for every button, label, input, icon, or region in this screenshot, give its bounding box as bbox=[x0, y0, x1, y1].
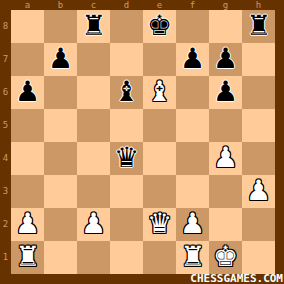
square-c2: ♟ bbox=[77, 208, 110, 241]
black-pawn-f7: ♟ bbox=[176, 43, 209, 76]
rank-label-2: 2 bbox=[0, 208, 11, 241]
square-d2 bbox=[110, 208, 143, 241]
site-credit: CHESSGAMES.COM bbox=[190, 273, 283, 284]
square-f3 bbox=[176, 175, 209, 208]
square-b2 bbox=[44, 208, 77, 241]
square-f4 bbox=[176, 142, 209, 175]
square-c4 bbox=[77, 142, 110, 175]
square-f1: ♜ bbox=[176, 241, 209, 274]
square-g4: ♟ bbox=[209, 142, 242, 175]
square-a5 bbox=[11, 109, 44, 142]
square-d7 bbox=[110, 43, 143, 76]
white-rook-f1: ♜ bbox=[176, 241, 209, 274]
rank-label-7: 7 bbox=[0, 43, 11, 76]
square-h6 bbox=[242, 76, 275, 109]
square-d8 bbox=[110, 10, 143, 43]
square-b3 bbox=[44, 175, 77, 208]
white-pawn-c2: ♟ bbox=[77, 208, 110, 241]
square-b7: ♟ bbox=[44, 43, 77, 76]
square-c6 bbox=[77, 76, 110, 109]
square-g3 bbox=[209, 175, 242, 208]
file-label-f: f bbox=[176, 0, 209, 10]
square-h1 bbox=[242, 241, 275, 274]
square-d4: ♛ bbox=[110, 142, 143, 175]
square-f6 bbox=[176, 76, 209, 109]
rank-label-4: 4 bbox=[0, 142, 11, 175]
file-label-b: b bbox=[44, 0, 77, 10]
rank-label-8: 8 bbox=[0, 10, 11, 43]
rank-label-1: 1 bbox=[0, 241, 11, 274]
square-h7 bbox=[242, 43, 275, 76]
square-a3 bbox=[11, 175, 44, 208]
square-e7 bbox=[143, 43, 176, 76]
square-c7 bbox=[77, 43, 110, 76]
chess-board: ♜♚♜♟♟♟♟♝♝♟♛♟♟♟♟♛♟♜♜♚ bbox=[11, 10, 275, 274]
white-bishop-e6: ♝ bbox=[143, 76, 176, 109]
square-a1: ♜ bbox=[11, 241, 44, 274]
white-queen-e2: ♛ bbox=[143, 208, 176, 241]
square-h2 bbox=[242, 208, 275, 241]
square-e3 bbox=[143, 175, 176, 208]
square-e8: ♚ bbox=[143, 10, 176, 43]
white-king-g1: ♚ bbox=[209, 241, 242, 274]
square-e5 bbox=[143, 109, 176, 142]
file-label-g: g bbox=[209, 0, 242, 10]
chess-diagram-frame: abcdefgh 87654321 ♜♚♜♟♟♟♟♝♝♟♛♟♟♟♟♛♟♜♜♚ C… bbox=[0, 0, 284, 284]
square-a8 bbox=[11, 10, 44, 43]
square-g5 bbox=[209, 109, 242, 142]
rank-label-3: 3 bbox=[0, 175, 11, 208]
black-rook-c8: ♜ bbox=[77, 10, 110, 43]
square-g7: ♟ bbox=[209, 43, 242, 76]
square-f8 bbox=[176, 10, 209, 43]
black-queen-d4: ♛ bbox=[110, 142, 143, 175]
square-b5 bbox=[44, 109, 77, 142]
square-d1 bbox=[110, 241, 143, 274]
square-c3 bbox=[77, 175, 110, 208]
file-label-a: a bbox=[11, 0, 44, 10]
square-h8: ♜ bbox=[242, 10, 275, 43]
rank-label-5: 5 bbox=[0, 109, 11, 142]
white-pawn-a2: ♟ bbox=[11, 208, 44, 241]
square-g6: ♟ bbox=[209, 76, 242, 109]
file-labels: abcdefgh bbox=[11, 0, 275, 10]
square-e1 bbox=[143, 241, 176, 274]
black-pawn-b7: ♟ bbox=[44, 43, 77, 76]
square-e6: ♝ bbox=[143, 76, 176, 109]
square-h4 bbox=[242, 142, 275, 175]
rank-labels: 87654321 bbox=[0, 10, 11, 274]
rank-label-6: 6 bbox=[0, 76, 11, 109]
square-b8 bbox=[44, 10, 77, 43]
white-pawn-g4: ♟ bbox=[209, 142, 242, 175]
square-a4 bbox=[11, 142, 44, 175]
square-d5 bbox=[110, 109, 143, 142]
square-h5 bbox=[242, 109, 275, 142]
square-a6: ♟ bbox=[11, 76, 44, 109]
square-e4 bbox=[143, 142, 176, 175]
square-c8: ♜ bbox=[77, 10, 110, 43]
file-label-d: d bbox=[110, 0, 143, 10]
black-bishop-d6: ♝ bbox=[110, 76, 143, 109]
white-pawn-h3: ♟ bbox=[242, 175, 275, 208]
white-pawn-f2: ♟ bbox=[176, 208, 209, 241]
black-king-e8: ♚ bbox=[143, 10, 176, 43]
square-f7: ♟ bbox=[176, 43, 209, 76]
square-b1 bbox=[44, 241, 77, 274]
square-h3: ♟ bbox=[242, 175, 275, 208]
black-pawn-g7: ♟ bbox=[209, 43, 242, 76]
square-b6 bbox=[44, 76, 77, 109]
square-d3 bbox=[110, 175, 143, 208]
square-a7 bbox=[11, 43, 44, 76]
square-e2: ♛ bbox=[143, 208, 176, 241]
white-rook-a1: ♜ bbox=[11, 241, 44, 274]
square-g1: ♚ bbox=[209, 241, 242, 274]
square-f5 bbox=[176, 109, 209, 142]
black-pawn-a6: ♟ bbox=[11, 76, 44, 109]
square-f2: ♟ bbox=[176, 208, 209, 241]
square-g2 bbox=[209, 208, 242, 241]
square-b4 bbox=[44, 142, 77, 175]
black-pawn-g6: ♟ bbox=[209, 76, 242, 109]
black-rook-h8: ♜ bbox=[242, 10, 275, 43]
square-c5 bbox=[77, 109, 110, 142]
square-g8 bbox=[209, 10, 242, 43]
square-a2: ♟ bbox=[11, 208, 44, 241]
square-c1 bbox=[77, 241, 110, 274]
square-d6: ♝ bbox=[110, 76, 143, 109]
